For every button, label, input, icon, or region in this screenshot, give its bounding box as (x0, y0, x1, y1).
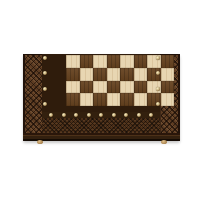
board-square (93, 68, 107, 81)
board-square (107, 81, 121, 94)
stud-rail-right (155, 56, 160, 106)
lattice-panel-left (25, 55, 42, 133)
board-border-panel (42, 54, 160, 112)
brass-stud (43, 87, 47, 91)
board-square (66, 93, 80, 106)
case-foot (37, 140, 43, 144)
brass-stud (43, 102, 47, 106)
brass-stud (149, 113, 153, 117)
brass-stud (156, 87, 160, 91)
brass-stud (87, 113, 91, 117)
brass-stud (43, 56, 47, 60)
brass-stud (124, 113, 128, 117)
board-square (66, 81, 80, 94)
board-square (120, 55, 134, 68)
board-square (93, 55, 107, 68)
product-photo-scene (0, 0, 200, 200)
brass-stud (112, 113, 116, 117)
brass-stud (49, 113, 53, 117)
board-square (93, 93, 107, 106)
board-square (107, 68, 121, 81)
board-square (120, 81, 134, 94)
board-square (80, 81, 94, 94)
chess-case (23, 54, 180, 141)
board-square (80, 55, 94, 68)
case-right-edge (178, 54, 180, 141)
board-square (134, 93, 148, 106)
brass-stud (62, 113, 66, 117)
brass-stud (156, 102, 160, 106)
brass-stud (74, 113, 78, 117)
board-square (80, 68, 94, 81)
board-square (134, 81, 148, 94)
board-square (161, 68, 175, 81)
board-square (134, 68, 148, 81)
brass-stud (156, 56, 160, 60)
board-square (161, 93, 175, 106)
board-square (161, 81, 175, 94)
brass-stud (156, 71, 160, 75)
board-square (66, 55, 80, 68)
brass-stud (137, 113, 141, 117)
board-square (134, 55, 148, 68)
brass-stud (99, 113, 103, 117)
case-bottom-frame (23, 133, 180, 141)
board-square (120, 68, 134, 81)
woven-band (42, 118, 160, 133)
board-square (93, 81, 107, 94)
board-square (161, 55, 175, 68)
board-square (120, 93, 134, 106)
case-foot (161, 140, 167, 144)
brass-stud (43, 71, 47, 75)
board-square (66, 68, 80, 81)
board-square (107, 93, 121, 106)
board-square (80, 93, 94, 106)
board-square (107, 55, 121, 68)
stud-rail-left (42, 56, 47, 106)
